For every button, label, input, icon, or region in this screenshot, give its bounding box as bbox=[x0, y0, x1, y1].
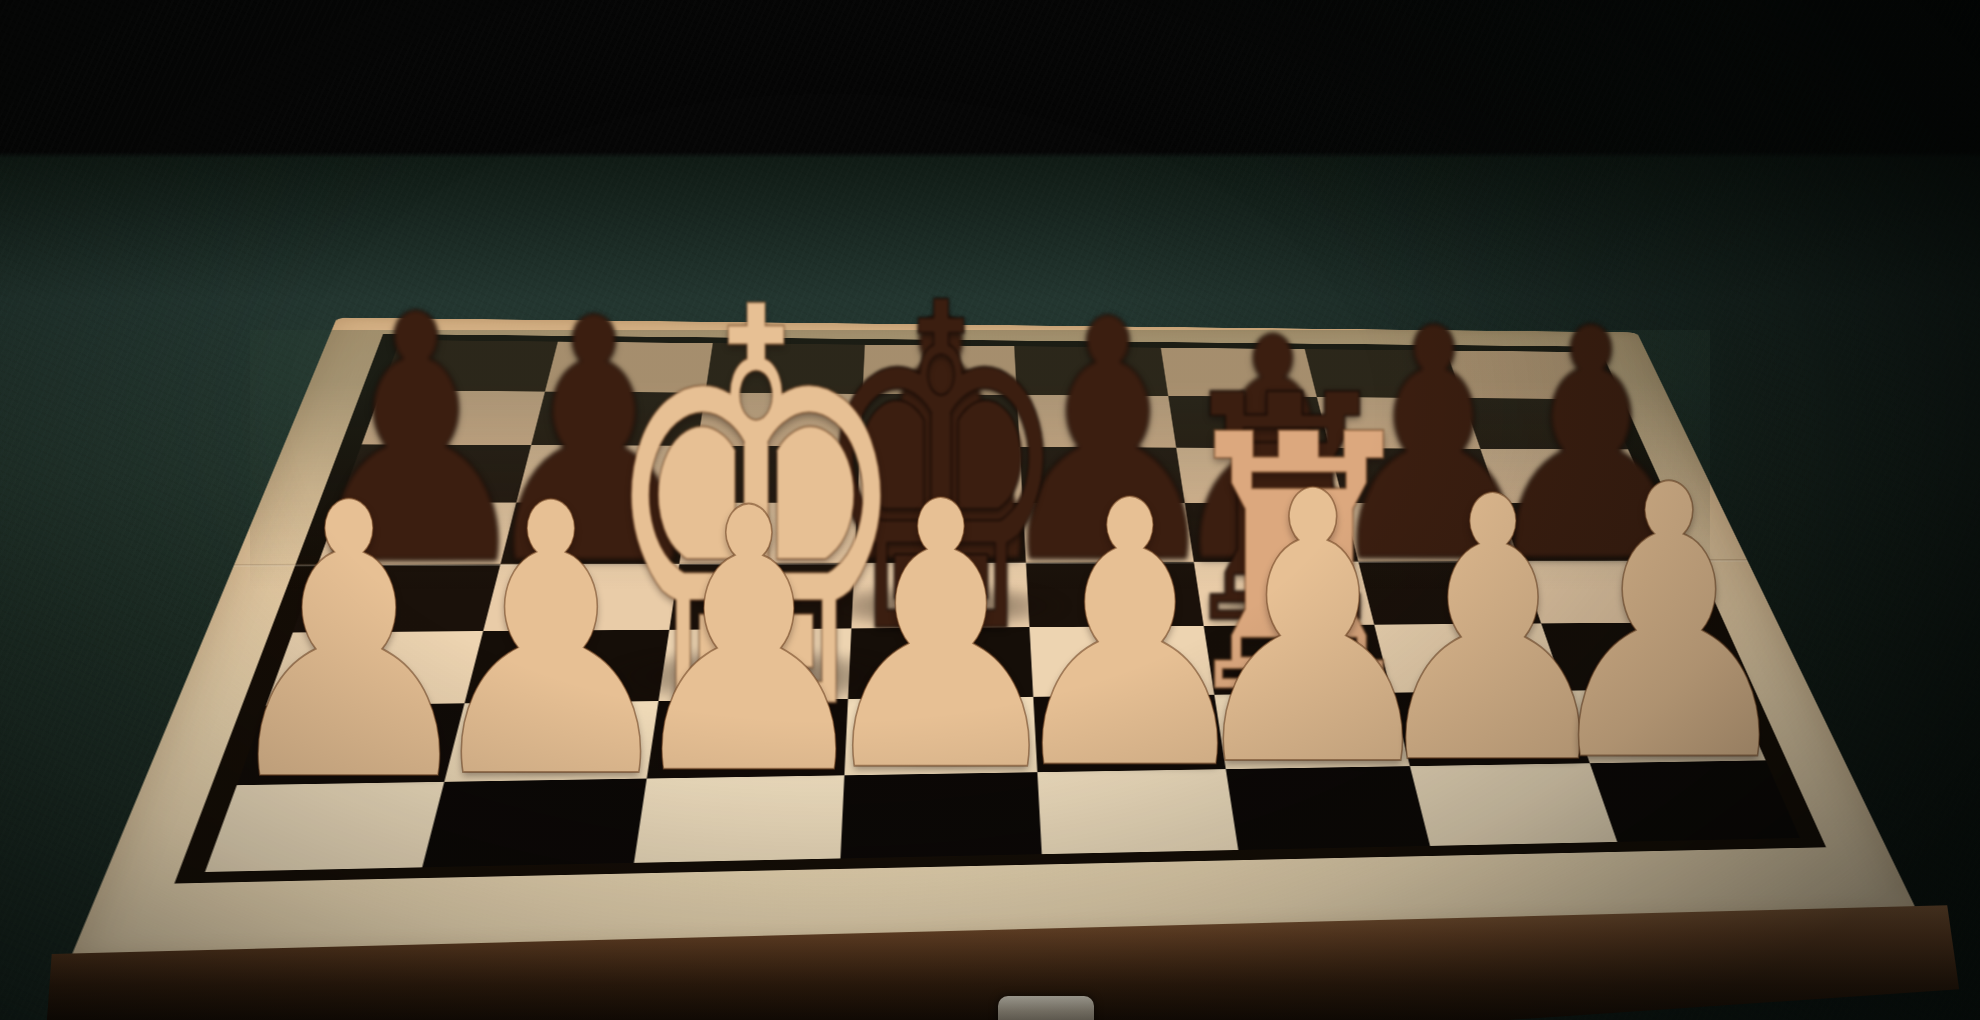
pieces-layer: ♟♟♟♟♟♟♟♚♜♚♜♟♟♟♟♟♟♟♟ bbox=[0, 0, 1980, 1020]
white-pawn-glyph: ♟ bbox=[1518, 436, 1820, 813]
scene: ♟♟♟♟♟♟♟♚♜♚♜♟♟♟♟♟♟♟♟ bbox=[0, 0, 1980, 1020]
